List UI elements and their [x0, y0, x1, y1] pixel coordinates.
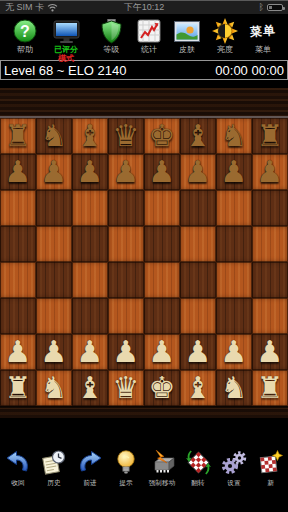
settings-button[interactable]: 设置: [216, 448, 252, 487]
black-knight: ♞: [221, 118, 248, 154]
square-d6[interactable]: [108, 190, 144, 226]
black-pawn: ♟: [77, 154, 104, 190]
undo-icon: [5, 448, 31, 476]
white-bishop: ♝: [185, 370, 212, 406]
black-bishop: ♝: [185, 118, 212, 154]
flip-board-button[interactable]: 翻转: [180, 448, 216, 487]
square-e6[interactable]: [144, 190, 180, 226]
square-h4[interactable]: [252, 262, 288, 298]
square-b1[interactable]: ♞: [36, 370, 72, 406]
square-e3[interactable]: [144, 298, 180, 334]
brightness-button[interactable]: 亮度: [206, 17, 244, 54]
square-g8[interactable]: ♞: [216, 118, 252, 154]
square-b4[interactable]: [36, 262, 72, 298]
menu-glyph-icon: 菜单: [250, 17, 276, 45]
square-g2[interactable]: ♟: [216, 334, 252, 370]
square-g4[interactable]: [216, 262, 252, 298]
carrier-label: 无 SIM 卡: [5, 1, 44, 14]
history-label: 历史: [47, 478, 60, 487]
white-queen: ♛: [113, 370, 140, 406]
square-f8[interactable]: ♝: [180, 118, 216, 154]
white-pawn: ♟: [185, 334, 212, 370]
status-bar: 无 SIM 卡 下午10:12 ᛒ: [0, 0, 288, 14]
square-c5[interactable]: [72, 226, 108, 262]
square-d7[interactable]: ♟: [108, 154, 144, 190]
square-a3[interactable]: [0, 298, 36, 334]
black-pawn: ♟: [221, 154, 248, 190]
black-queen: ♛: [113, 118, 140, 154]
help-label: 帮助: [17, 46, 33, 54]
white-pawn: ♟: [149, 334, 176, 370]
settings-icon: [220, 448, 248, 476]
menu-label: 菜单: [255, 46, 271, 54]
app-screen: 无 SIM 卡 下午10:12 ᛒ ? 帮助: [0, 0, 288, 512]
chess-board[interactable]: ♜♞♝♛♚♝♞♜♟♟♟♟♟♟♟♟♟♟♟♟♟♟♟♟♜♞♝♛♚♝♞♜: [0, 118, 288, 406]
mode-label-rated: 已评分: [54, 46, 78, 54]
square-a1[interactable]: ♜: [0, 370, 36, 406]
square-h5[interactable]: [252, 226, 288, 262]
white-rook: ♜: [5, 370, 32, 406]
history-button[interactable]: 历史: [36, 448, 72, 487]
force-move-button[interactable]: 强制移动: [144, 448, 180, 487]
black-rook: ♜: [5, 118, 32, 154]
square-h3[interactable]: [252, 298, 288, 334]
force-move-label: 强制移动: [149, 478, 176, 487]
square-f2[interactable]: ♟: [180, 334, 216, 370]
black-pawn: ♟: [5, 154, 32, 190]
square-g6[interactable]: [216, 190, 252, 226]
square-d5[interactable]: [108, 226, 144, 262]
help-icon: ?: [13, 17, 37, 45]
square-e5[interactable]: [144, 226, 180, 262]
square-a8[interactable]: ♜: [0, 118, 36, 154]
wifi-icon: [47, 3, 58, 12]
square-d8[interactable]: ♛: [108, 118, 144, 154]
black-pawn: ♟: [185, 154, 212, 190]
black-pawn: ♟: [149, 154, 176, 190]
menu-button[interactable]: 菜单 菜单: [244, 17, 282, 54]
square-e1[interactable]: ♚: [144, 370, 180, 406]
white-pawn: ♟: [5, 334, 32, 370]
board-frame: ♜♞♝♛♚♝♞♜♟♟♟♟♟♟♟♟♟♟♟♟♟♟♟♟♜♞♝♛♚♝♞♜: [0, 88, 288, 418]
square-c7[interactable]: ♟: [72, 154, 108, 190]
square-g5[interactable]: [216, 226, 252, 262]
square-f6[interactable]: [180, 190, 216, 226]
redo-icon: [77, 448, 103, 476]
square-e4[interactable]: [144, 262, 180, 298]
white-pawn: ♟: [41, 334, 68, 370]
info-bar: Level 68 ~ ELO 2140 00:00 00:00: [0, 60, 288, 80]
flip-icon: [185, 448, 212, 476]
forward-label: 前进: [83, 478, 96, 487]
square-h7[interactable]: ♟: [252, 154, 288, 190]
level-elo-label: Level 68 ~ ELO 2140: [4, 63, 127, 78]
history-icon: [41, 448, 67, 476]
square-e7[interactable]: ♟: [144, 154, 180, 190]
square-e2[interactable]: ♟: [144, 334, 180, 370]
black-knight: ♞: [41, 118, 68, 154]
square-f5[interactable]: [180, 226, 216, 262]
square-g3[interactable]: [216, 298, 252, 334]
black-king: ♚: [149, 118, 176, 154]
black-pawn: ♟: [113, 154, 140, 190]
square-d2[interactable]: ♟: [108, 334, 144, 370]
square-c2[interactable]: ♟: [72, 334, 108, 370]
square-a2[interactable]: ♟: [0, 334, 36, 370]
shield-icon: [101, 17, 122, 45]
top-toolbar: ? 帮助 已评分 模式: [0, 14, 288, 60]
monitor-icon: [53, 17, 80, 45]
settings-label: 设置: [227, 478, 240, 487]
bottom-toolbar: 收回 历史 前进: [0, 418, 288, 487]
level-button[interactable]: 等级: [92, 17, 130, 54]
stats-button[interactable]: 统计: [130, 17, 168, 54]
black-pawn: ♟: [257, 154, 284, 190]
stats-label: 统计: [141, 46, 157, 54]
square-c4[interactable]: [72, 262, 108, 298]
white-pawn: ♟: [221, 334, 248, 370]
square-b5[interactable]: [36, 226, 72, 262]
force-move-icon: [148, 448, 176, 476]
white-bishop: ♝: [77, 370, 104, 406]
white-king: ♚: [149, 370, 176, 406]
hint-icon: [116, 448, 136, 476]
square-h1[interactable]: ♜: [252, 370, 288, 406]
black-rook: ♜: [257, 118, 284, 154]
square-a4[interactable]: [0, 262, 36, 298]
square-a6[interactable]: [0, 190, 36, 226]
white-pawn: ♟: [113, 334, 140, 370]
square-d4[interactable]: [108, 262, 144, 298]
new-game-button[interactable]: 新: [252, 448, 288, 487]
mode-button[interactable]: 已评分 模式: [44, 17, 88, 63]
square-h2[interactable]: ♟: [252, 334, 288, 370]
forward-button[interactable]: 前进: [72, 448, 108, 487]
square-g7[interactable]: ♟: [216, 154, 252, 190]
white-rook: ♜: [257, 370, 284, 406]
game-clocks: 00:00 00:00: [215, 63, 284, 78]
square-f7[interactable]: ♟: [180, 154, 216, 190]
skin-button[interactable]: 皮肤: [168, 17, 206, 54]
white-knight: ♞: [41, 370, 68, 406]
square-f1[interactable]: ♝: [180, 370, 216, 406]
square-d1[interactable]: ♛: [108, 370, 144, 406]
square-b7[interactable]: ♟: [36, 154, 72, 190]
white-knight: ♞: [221, 370, 248, 406]
takeback-label: 收回: [11, 478, 24, 487]
square-h8[interactable]: ♜: [252, 118, 288, 154]
flip-label: 翻转: [191, 478, 204, 487]
square-b3[interactable]: [36, 298, 72, 334]
square-g1[interactable]: ♞: [216, 370, 252, 406]
square-e8[interactable]: ♚: [144, 118, 180, 154]
black-bishop: ♝: [77, 118, 104, 154]
square-f4[interactable]: [180, 262, 216, 298]
square-b8[interactable]: ♞: [36, 118, 72, 154]
new-game-icon: [258, 448, 283, 476]
square-h6[interactable]: [252, 190, 288, 226]
new-game-label: 新: [267, 478, 274, 487]
black-pawn: ♟: [41, 154, 68, 190]
brightness-label: 亮度: [217, 46, 233, 54]
skin-icon: [174, 17, 200, 45]
square-c1[interactable]: ♝: [72, 370, 108, 406]
battery-icon: [267, 4, 283, 11]
square-d3[interactable]: [108, 298, 144, 334]
square-c3[interactable]: [72, 298, 108, 334]
square-a7[interactable]: ♟: [0, 154, 36, 190]
takeback-button[interactable]: 收回: [0, 448, 36, 487]
square-c8[interactable]: ♝: [72, 118, 108, 154]
brightness-icon: [212, 17, 238, 45]
svg-text:?: ?: [20, 23, 30, 40]
stats-icon: [137, 17, 161, 45]
square-b2[interactable]: ♟: [36, 334, 72, 370]
level-label: 等级: [103, 46, 119, 54]
help-button[interactable]: ? 帮助: [6, 17, 44, 54]
square-b6[interactable]: [36, 190, 72, 226]
hint-button[interactable]: 提示: [108, 448, 144, 487]
hint-label: 提示: [119, 478, 132, 487]
square-a5[interactable]: [0, 226, 36, 262]
bluetooth-icon: ᛒ: [259, 3, 264, 12]
white-pawn: ♟: [77, 334, 104, 370]
square-f3[interactable]: [180, 298, 216, 334]
skin-label: 皮肤: [179, 46, 195, 54]
square-c6[interactable]: [72, 190, 108, 226]
white-pawn: ♟: [257, 334, 284, 370]
